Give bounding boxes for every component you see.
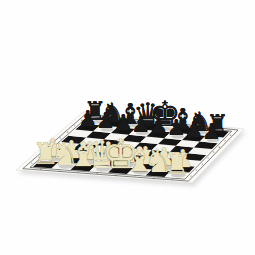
piece-shadow — [154, 133, 167, 137]
piece-shadow — [136, 131, 149, 135]
piece-shadow — [140, 164, 155, 168]
piece-shadow — [40, 163, 55, 167]
piece-shadow — [103, 161, 118, 165]
piece-shadow — [213, 132, 226, 136]
piece-shadow — [177, 167, 192, 171]
piece-shadow — [160, 127, 173, 131]
piece-shadow — [171, 135, 184, 139]
piece-shadow — [59, 164, 74, 168]
piece-shadow — [125, 124, 138, 128]
piece-shadow — [195, 131, 208, 135]
piece-shadow — [189, 137, 202, 141]
piece-shadow — [121, 163, 136, 167]
piece-shadow — [207, 138, 220, 142]
piece-shadow — [115, 169, 130, 173]
piece-shadow — [77, 166, 92, 170]
piece-shadow — [158, 166, 173, 170]
piece-shadow — [171, 173, 186, 177]
piece-shadow — [133, 170, 148, 174]
chess-set-photo: aabbccddeeffgghh1122334455667788 ♜♞♝♛♚♝♞… — [0, 0, 255, 255]
piece-shadow — [152, 172, 167, 176]
piece-shadow — [90, 120, 103, 124]
piece-shadow — [83, 126, 96, 130]
piece-shadow — [96, 167, 111, 171]
chessboard: aabbccddeeffgghh1122334455667788 — [0, 0, 255, 255]
piece-shadow — [118, 130, 131, 134]
piece-shadow — [108, 122, 121, 126]
piece-shadow — [101, 128, 114, 132]
piece-shadow — [178, 129, 191, 133]
piece-shadow — [143, 125, 156, 129]
piece-shadow — [84, 160, 99, 164]
piece-shadow — [47, 157, 62, 161]
piece-shadow — [66, 158, 81, 162]
